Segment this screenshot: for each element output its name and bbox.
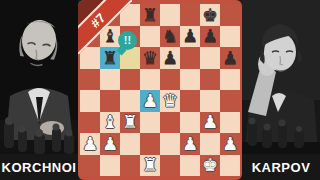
piece-black-queen-d6[interactable]: ♛	[142, 49, 158, 67]
square-f3[interactable]	[180, 112, 200, 134]
piece-white-pawn-f2[interactable]: ♟	[182, 135, 198, 153]
piece-white-rook-c3[interactable]: ♜	[122, 113, 138, 131]
thumbnail-stage: KORCHNOI	[0, 0, 320, 180]
square-b7[interactable]: ♝	[100, 26, 120, 48]
square-h5[interactable]	[220, 69, 240, 91]
square-e7[interactable]: ♞	[160, 26, 180, 48]
square-f1[interactable]	[180, 155, 200, 177]
name-bar-left: KORCHNOI	[0, 154, 78, 180]
square-a4[interactable]	[80, 90, 100, 112]
square-a7[interactable]	[80, 26, 100, 48]
square-g8[interactable]: ♚	[200, 4, 220, 26]
square-b1[interactable]	[100, 155, 120, 177]
square-e1[interactable]	[160, 155, 180, 177]
square-g1[interactable]: ♚	[200, 155, 220, 177]
square-h7[interactable]	[220, 26, 240, 48]
square-a5[interactable]	[80, 69, 100, 91]
square-a8[interactable]	[80, 4, 100, 26]
piece-black-pawn-e6[interactable]: ♟	[162, 49, 178, 67]
piece-white-rook-d1[interactable]: ♜	[142, 156, 158, 174]
square-d4[interactable]: ♟	[140, 90, 160, 112]
piece-black-king-g8[interactable]: ♚	[202, 6, 218, 24]
korchnoi-portrait	[0, 0, 78, 180]
piece-black-pawn-g7[interactable]: ♟	[202, 27, 218, 45]
piece-white-pawn-d4[interactable]: ♟	[142, 92, 158, 110]
square-e3[interactable]	[160, 112, 180, 134]
square-h1[interactable]	[220, 155, 240, 177]
square-g2[interactable]	[200, 133, 220, 155]
square-g4[interactable]	[200, 90, 220, 112]
square-h6[interactable]: ♟	[220, 47, 240, 69]
player-name-left: KORCHNOI	[2, 160, 77, 175]
piece-white-pawn-h2[interactable]: ♟	[222, 135, 238, 153]
name-bar-right: KARPOV	[242, 154, 320, 180]
square-f7[interactable]: ♟	[180, 26, 200, 48]
square-e5[interactable]	[160, 69, 180, 91]
square-h4[interactable]	[220, 90, 240, 112]
square-g5[interactable]	[200, 69, 220, 91]
piece-white-pawn-a2[interactable]: ♟	[82, 135, 98, 153]
square-a6[interactable]	[80, 47, 100, 69]
square-d1[interactable]: ♜	[140, 155, 160, 177]
square-b2[interactable]: ♟	[100, 133, 120, 155]
square-b3[interactable]: ♝	[100, 112, 120, 134]
square-h2[interactable]: ♟	[220, 133, 240, 155]
square-d3[interactable]	[140, 112, 160, 134]
piece-black-knight-e7[interactable]: ♞	[162, 27, 178, 45]
square-c8[interactable]	[120, 4, 140, 26]
player-name-right: KARPOV	[252, 160, 311, 175]
photo-karpov: KARPOV	[242, 0, 320, 180]
square-f2[interactable]: ♟	[180, 133, 200, 155]
square-b5[interactable]	[100, 69, 120, 91]
square-h8[interactable]	[220, 4, 240, 26]
square-e6[interactable]: ♟	[160, 47, 180, 69]
square-h3[interactable]	[220, 112, 240, 134]
piece-black-pawn-h6[interactable]: ♟	[222, 49, 238, 67]
square-e8[interactable]	[160, 4, 180, 26]
square-d6[interactable]: ♛	[140, 47, 160, 69]
square-g7[interactable]: ♟	[200, 26, 220, 48]
board-card: ♜♚♝♞♟♟♜♛♟♟♟♛♝♜♟♟♟♟♟♜♚ #7 !!	[78, 0, 242, 180]
square-f6[interactable]	[180, 47, 200, 69]
square-d2[interactable]	[140, 133, 160, 155]
square-d7[interactable]	[140, 26, 160, 48]
square-b4[interactable]	[100, 90, 120, 112]
square-f5[interactable]	[180, 69, 200, 91]
karpov-portrait	[242, 0, 320, 180]
square-d8[interactable]: ♜	[140, 4, 160, 26]
brilliant-move-label: !!	[124, 35, 131, 46]
photo-korchnoi: KORCHNOI	[0, 0, 78, 180]
square-c5[interactable]	[120, 69, 140, 91]
piece-white-pawn-g3[interactable]: ♟	[202, 113, 218, 131]
piece-white-king-g1[interactable]: ♚	[202, 156, 218, 174]
brilliant-move-icon: !!	[118, 31, 137, 50]
square-g3[interactable]: ♟	[200, 112, 220, 134]
piece-white-bishop-b3[interactable]: ♝	[102, 113, 118, 131]
piece-black-bishop-b7[interactable]: ♝	[102, 27, 118, 45]
piece-white-pawn-b2[interactable]: ♟	[102, 135, 118, 153]
square-f4[interactable]	[180, 90, 200, 112]
piece-black-rook-b6[interactable]: ♜	[102, 49, 118, 67]
square-c4[interactable]	[120, 90, 140, 112]
square-b8[interactable]	[100, 4, 120, 26]
square-e2[interactable]	[160, 133, 180, 155]
square-c3[interactable]: ♜	[120, 112, 140, 134]
square-f8[interactable]	[180, 4, 200, 26]
square-a3[interactable]	[80, 112, 100, 134]
square-g6[interactable]	[200, 47, 220, 69]
square-a2[interactable]: ♟	[80, 133, 100, 155]
square-a1[interactable]	[80, 155, 100, 177]
piece-white-queen-e4[interactable]: ♛	[162, 92, 178, 110]
square-c1[interactable]	[120, 155, 140, 177]
square-c2[interactable]	[120, 133, 140, 155]
square-e4[interactable]: ♛	[160, 90, 180, 112]
square-d5[interactable]	[140, 69, 160, 91]
piece-black-rook-d8[interactable]: ♜	[142, 6, 158, 24]
chess-board: ♜♚♝♞♟♟♜♛♟♟♟♛♝♜♟♟♟♟♟♜♚	[80, 4, 240, 176]
piece-black-pawn-f7[interactable]: ♟	[182, 27, 198, 45]
